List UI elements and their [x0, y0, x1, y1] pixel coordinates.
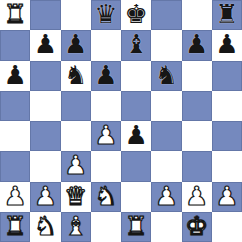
square-c3[interactable]: ♟ — [61, 151, 91, 181]
black-pawn[interactable]: ♟ — [185, 30, 208, 59]
black-knight[interactable]: ♞ — [155, 61, 178, 90]
square-h5[interactable] — [212, 91, 242, 121]
square-h3[interactable] — [212, 151, 242, 181]
square-d8[interactable]: ♛ — [91, 0, 121, 30]
white-pawn[interactable]: ♟ — [34, 182, 57, 211]
square-e7[interactable]: ♝ — [121, 30, 151, 60]
square-f3[interactable] — [151, 151, 181, 181]
square-b5[interactable] — [30, 91, 60, 121]
square-h4[interactable] — [212, 121, 242, 151]
square-e6[interactable] — [121, 61, 151, 91]
square-g6[interactable] — [182, 61, 212, 91]
square-a2[interactable]: ♟ — [0, 182, 30, 212]
square-e5[interactable] — [121, 91, 151, 121]
white-pawn[interactable]: ♟ — [3, 182, 26, 211]
square-b6[interactable] — [30, 61, 60, 91]
chess-board: ♜♛♚♜♟♟♝♟♟♟♞♟♞♟♟♟♟♟♛♞♟♟♟♜♞♝♜♚ — [0, 0, 242, 242]
square-g7[interactable]: ♟ — [182, 30, 212, 60]
square-g4[interactable] — [182, 121, 212, 151]
square-f8[interactable] — [151, 0, 181, 30]
square-a5[interactable] — [0, 91, 30, 121]
square-e3[interactable] — [121, 151, 151, 181]
black-pawn[interactable]: ♟ — [94, 61, 117, 90]
black-queen[interactable]: ♛ — [94, 0, 117, 29]
square-c8[interactable] — [61, 0, 91, 30]
black-king[interactable]: ♚ — [124, 0, 147, 29]
square-b4[interactable] — [30, 121, 60, 151]
white-rook[interactable]: ♜ — [3, 0, 26, 29]
black-pawn[interactable]: ♟ — [124, 121, 147, 150]
square-a4[interactable] — [0, 121, 30, 151]
square-d3[interactable] — [91, 151, 121, 181]
white-queen[interactable]: ♛ — [64, 182, 87, 211]
square-f5[interactable] — [151, 91, 181, 121]
square-d7[interactable] — [91, 30, 121, 60]
square-b2[interactable]: ♟ — [30, 182, 60, 212]
square-d6[interactable]: ♟ — [91, 61, 121, 91]
square-e1[interactable]: ♜ — [121, 212, 151, 242]
square-c7[interactable]: ♟ — [61, 30, 91, 60]
square-b7[interactable]: ♟ — [30, 30, 60, 60]
white-rook[interactable]: ♜ — [124, 212, 147, 241]
white-rook[interactable]: ♜ — [3, 212, 26, 241]
square-a8[interactable]: ♜ — [0, 0, 30, 30]
square-g8[interactable] — [182, 0, 212, 30]
square-c2[interactable]: ♛ — [61, 182, 91, 212]
square-d2[interactable]: ♞ — [91, 182, 121, 212]
square-a7[interactable] — [0, 30, 30, 60]
square-a1[interactable]: ♜ — [0, 212, 30, 242]
square-h6[interactable] — [212, 61, 242, 91]
white-pawn[interactable]: ♟ — [94, 121, 117, 150]
white-pawn[interactable]: ♟ — [215, 182, 238, 211]
square-b3[interactable] — [30, 151, 60, 181]
square-c1[interactable]: ♝ — [61, 212, 91, 242]
square-g5[interactable] — [182, 91, 212, 121]
square-f1[interactable] — [151, 212, 181, 242]
square-e2[interactable] — [121, 182, 151, 212]
black-pawn[interactable]: ♟ — [215, 30, 238, 59]
black-rook[interactable]: ♜ — [215, 0, 238, 29]
square-f4[interactable] — [151, 121, 181, 151]
square-c6[interactable]: ♞ — [61, 61, 91, 91]
black-bishop[interactable]: ♝ — [124, 30, 147, 59]
square-h7[interactable]: ♟ — [212, 30, 242, 60]
white-pawn[interactable]: ♟ — [185, 182, 208, 211]
white-bishop[interactable]: ♝ — [64, 212, 87, 241]
square-d1[interactable] — [91, 212, 121, 242]
square-f6[interactable]: ♞ — [151, 61, 181, 91]
square-b1[interactable]: ♞ — [30, 212, 60, 242]
square-h2[interactable]: ♟ — [212, 182, 242, 212]
square-d4[interactable]: ♟ — [91, 121, 121, 151]
square-g2[interactable]: ♟ — [182, 182, 212, 212]
square-a3[interactable] — [0, 151, 30, 181]
white-pawn[interactable]: ♟ — [155, 182, 178, 211]
square-c4[interactable] — [61, 121, 91, 151]
black-pawn[interactable]: ♟ — [3, 61, 26, 90]
square-h1[interactable] — [212, 212, 242, 242]
black-pawn[interactable]: ♟ — [64, 30, 87, 59]
square-f2[interactable]: ♟ — [151, 182, 181, 212]
square-b8[interactable] — [30, 0, 60, 30]
square-h8[interactable]: ♜ — [212, 0, 242, 30]
square-d5[interactable] — [91, 91, 121, 121]
square-e8[interactable]: ♚ — [121, 0, 151, 30]
black-knight[interactable]: ♞ — [64, 61, 87, 90]
white-knight[interactable]: ♞ — [94, 182, 117, 211]
square-f7[interactable] — [151, 30, 181, 60]
square-c5[interactable] — [61, 91, 91, 121]
square-e4[interactable]: ♟ — [121, 121, 151, 151]
square-a6[interactable]: ♟ — [0, 61, 30, 91]
white-knight[interactable]: ♞ — [34, 212, 57, 241]
white-king[interactable]: ♚ — [185, 212, 208, 241]
black-pawn[interactable]: ♟ — [34, 30, 57, 59]
square-g1[interactable]: ♚ — [182, 212, 212, 242]
square-g3[interactable] — [182, 151, 212, 181]
white-pawn[interactable]: ♟ — [64, 151, 87, 180]
